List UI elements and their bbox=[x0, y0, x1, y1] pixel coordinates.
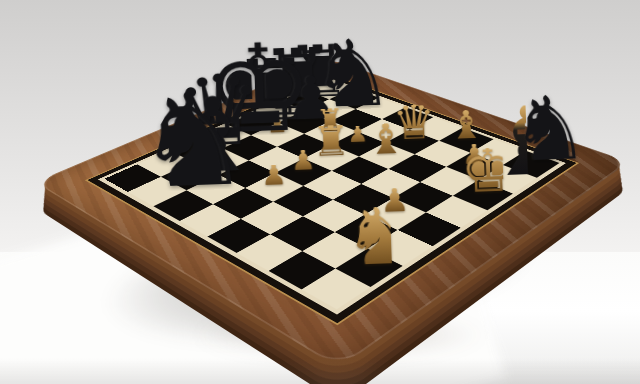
square-g5 bbox=[357, 119, 410, 143]
black-queen-c8: ♛ bbox=[174, 75, 215, 149]
black-rook-g8: ♜ bbox=[285, 46, 322, 100]
scene: ♛♚♜♜♜♞♝♟♟♟♞♜♟♟♜♟♝♛♝♟♟♞♚♝♞ bbox=[115, 0, 550, 384]
bottom-haze bbox=[0, 358, 640, 384]
